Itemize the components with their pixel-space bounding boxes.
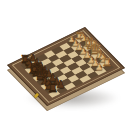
piece-black-bishop-f8: ♝ [26,61,40,75]
piece-white-pawn-e2: ♟ [79,47,88,56]
pieces-layer: ♜♟♞♟♝♟♚♟♛♟♝♟♟♞♜♟♟♜♞♟♟♝♟♚♟♛♟♝♟♞♟♜ [0,0,140,140]
piece-black-knight-g8: ♞ [23,58,36,71]
piece-white-king-e1: ♚ [83,37,99,53]
piece-white-knight-b1: ♞ [97,52,109,64]
piece-white-knight-g1: ♞ [78,33,89,44]
piece-black-pawn-c7: ♟ [47,72,57,82]
piece-black-bishop-c8: ♝ [37,72,52,87]
piece-white-pawn-f2: ♟ [75,43,84,52]
piece-white-bishop-f1: ♝ [81,36,93,48]
piece-black-queen-d8: ♛ [32,66,49,83]
piece-black-knight-b8: ♞ [42,77,56,91]
piece-white-rook-a1: ♜ [101,57,112,68]
piece-black-king-e8: ♚ [28,61,46,79]
piece-white-bishop-c1: ♝ [92,47,105,60]
piece-black-pawn-d7: ♟ [44,69,54,79]
piece-black-pawn-f7: ♟ [36,61,46,71]
piece-black-rook-a8: ♜ [47,82,60,95]
piece-black-pawn-h7: ♟ [28,53,37,62]
chess-set-photo: ♜♟♞♟♝♟♚♟♛♟♝♟♟♞♜♟♟♜♞♟♟♝♟♚♟♛♟♝♟♞♟♜ [0,0,140,140]
piece-black-rook-h8: ♜ [20,55,31,66]
piece-black-pawn-e7: ♟ [40,65,50,75]
piece-black-pawn-g7: ♟ [32,57,41,66]
piece-white-pawn-h2: ♟ [67,35,75,43]
piece-white-pawn-a2: ♟ [94,62,104,72]
piece-white-pawn-g2: ♟ [71,39,79,47]
piece-white-queen-d1: ♛ [87,42,102,57]
piece-white-pawn-c2: ♟ [87,55,96,64]
piece-black-pawn-a7: ♟ [55,80,66,91]
piece-white-pawn-b2: ♟ [90,58,100,68]
piece-black-pawn-b7: ♟ [51,76,62,87]
piece-white-pawn-d2: ♟ [83,51,92,60]
piece-white-rook-h1: ♜ [75,31,84,40]
